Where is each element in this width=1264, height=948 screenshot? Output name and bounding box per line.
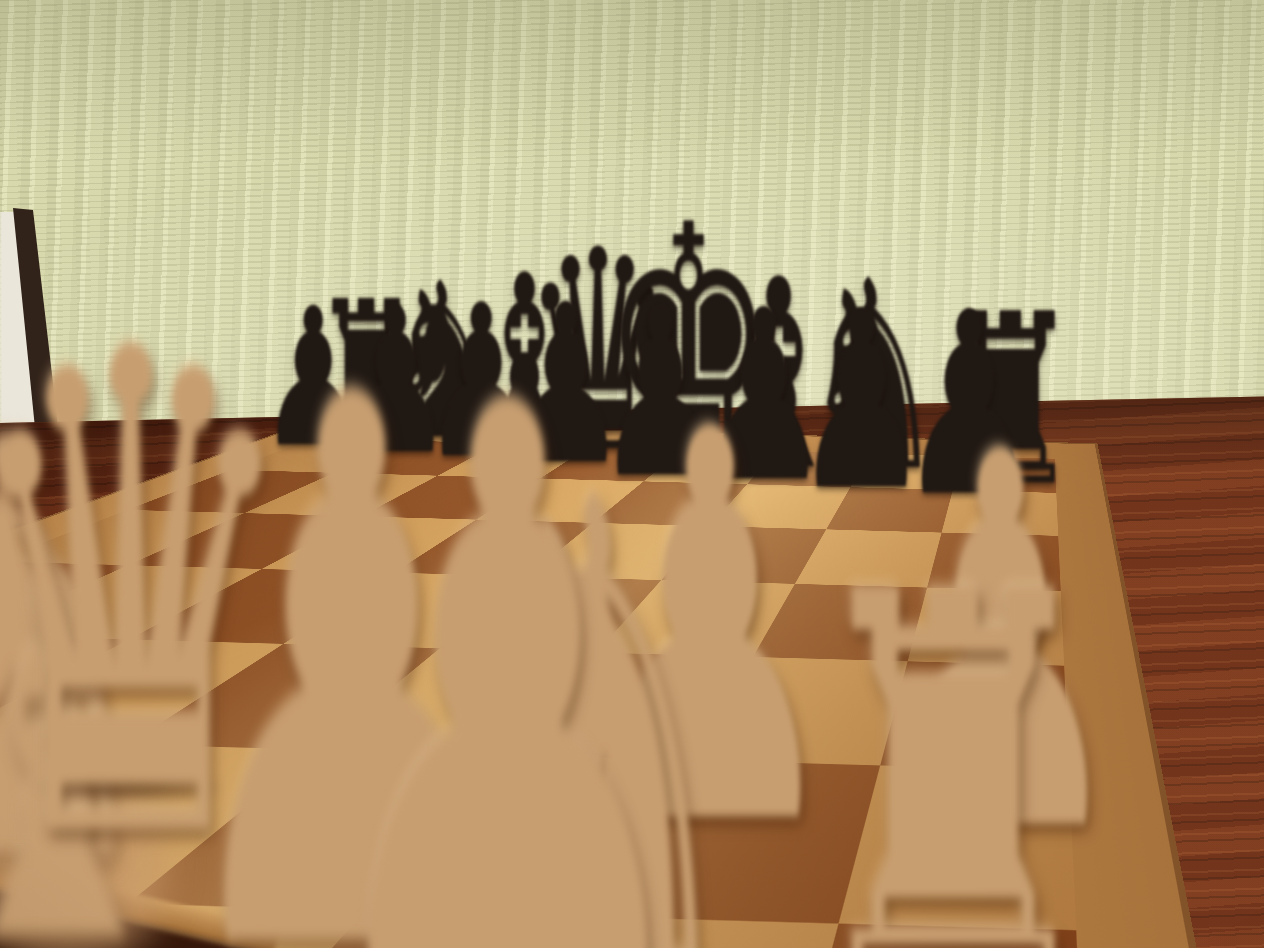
square-h5 [908,588,1064,666]
square-g8 [850,454,962,491]
square-h3 [839,765,1076,930]
square-h4 [881,661,1069,770]
chess-photo-scene: ♜♞♝♛♚♝♞♜♟♟♟♟♟♟♟♟♞♝♛♟♟♜♟♞♟ [0,0,1264,948]
square-g7 [826,487,954,532]
square-h7 [942,490,1058,536]
square-h8 [953,456,1056,493]
square-h6 [927,533,1060,592]
